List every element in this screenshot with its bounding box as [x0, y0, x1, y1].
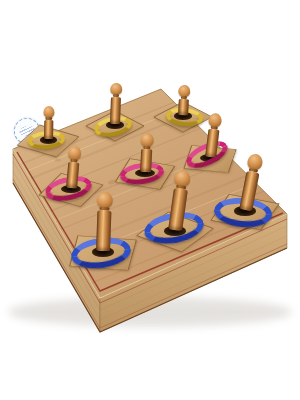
cell-r3c3	[0, 0, 300, 400]
product-photo-stage	[0, 0, 300, 400]
